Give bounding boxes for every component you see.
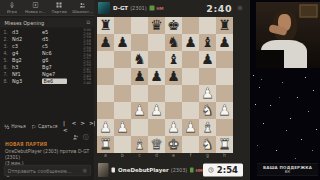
white-move[interactable]: Nd2 <box>12 36 42 42</box>
square-c3[interactable]: ♟ <box>131 102 148 119</box>
new-game-icon <box>32 2 38 8</box>
file-label-a: a <box>97 153 114 158</box>
square-g6[interactable]: ♟ <box>199 51 216 68</box>
square-b3[interactable] <box>114 102 131 119</box>
square-a3[interactable] <box>97 102 114 119</box>
half-point-icon: ½ <box>4 123 9 130</box>
resign-button[interactable]: ⚐ Сдаться <box>31 123 57 130</box>
new-game-heading: НОВАЯ ПАРТИЯ <box>5 142 91 148</box>
move-number: 8. <box>4 79 13 84</box>
copy-icon[interactable]: ⧉ <box>86 20 90 26</box>
player-bar: OneDebutPlayer (2303) НМ 2:54 <box>95 160 250 180</box>
move-row: 8.Ng3Be62:542:40 <box>0 78 95 85</box>
opponent-rating: (2301) <box>130 5 147 11</box>
square-e2[interactable]: ♟ <box>165 119 182 136</box>
square-g5[interactable] <box>199 68 216 85</box>
stream-background: ВАША ПОДДЕРЖКА ВК <box>250 0 320 180</box>
move-times: 2:542:40 <box>83 78 91 85</box>
file-label-b: b <box>114 153 131 158</box>
board-settings-gear-icon[interactable] <box>237 5 243 11</box>
game-toolbar: ½ Ничья ⚐ Сдаться |< < > >| <box>0 120 95 133</box>
game-options-icons: ⓘ <box>73 133 89 141</box>
player-clock-active: 2:54 <box>203 164 243 177</box>
square-c5[interactable]: ♟ <box>131 68 148 85</box>
square-b7[interactable]: ♟ <box>114 34 131 51</box>
file-label-c: c <box>131 153 148 158</box>
flag-icon: ⚐ <box>31 123 36 130</box>
chess-board: ♜♛♚♜♟♟♞♟♝♟♞♝♟♟♟♟♟♟♟♞♟♟♟♟♟♝♜♝♛♚♞♜ <box>97 17 233 153</box>
black-pawn: ♟ <box>165 68 182 85</box>
move-number: 1. <box>4 30 13 35</box>
white-bishop: ♝ <box>131 136 148 153</box>
players-icon <box>80 2 86 8</box>
wall-picture-frame <box>300 5 318 18</box>
black-move[interactable]: Nc6 <box>42 50 67 56</box>
black-move[interactable]: c5 <box>42 43 67 49</box>
player-name: OneDebutPlayer <box>118 167 169 174</box>
black-pawn: ♟ <box>199 51 216 68</box>
black-pawn: ♟ <box>131 68 148 85</box>
move-navigation: |< < > >| <box>63 120 95 133</box>
black-pawn: ♟ <box>114 34 131 51</box>
move-row: 1.d3e53:002:59 <box>0 29 95 36</box>
square-g3[interactable]: ♞ <box>199 102 216 119</box>
move-row: 2.Nd2d52:592:58 <box>0 36 95 43</box>
square-a5[interactable] <box>97 68 114 85</box>
white-move[interactable]: h3 <box>12 64 42 70</box>
black-pawn: ♟ <box>182 34 199 51</box>
black-move[interactable]: Be6 <box>42 78 67 84</box>
square-d3[interactable]: ♟ <box>148 102 165 119</box>
move-row: 7.Nf1Nge72:552:43 <box>0 71 95 78</box>
square-b4[interactable] <box>114 85 131 102</box>
square-e6[interactable]: ♝ <box>165 51 182 68</box>
tab-games-list[interactable]: Партии <box>47 0 71 16</box>
nav-next-button[interactable]: > <box>80 120 85 133</box>
black-move[interactable]: e5 <box>42 29 67 35</box>
add-person-icon[interactable] <box>73 134 79 140</box>
white-pawn: ♟ <box>165 119 182 136</box>
player-clock-time: 2:54 <box>217 165 238 175</box>
opening-name: Mieses Opening <box>5 20 45 26</box>
tab-players[interactable]: Шахматис… <box>71 0 95 16</box>
move-list: 1.d3e53:002:592.Nd2d52:592:583.c3c52:592… <box>0 29 95 85</box>
square-d4[interactable] <box>148 85 165 102</box>
chat-input-row <box>4 165 91 176</box>
black-knight: ♞ <box>131 51 148 68</box>
square-c8[interactable] <box>131 17 148 34</box>
black-bishop: ♝ <box>165 51 182 68</box>
square-b1[interactable] <box>114 136 131 153</box>
tab-bar: Игра Новая па… Партии Шахматис… <box>0 0 95 16</box>
game-info-players: OneDebutPlayer (2303) против D-GT (2301) <box>5 149 91 161</box>
square-e8[interactable]: ♚ <box>165 17 182 34</box>
opponent-name: D-GT <box>113 5 128 12</box>
square-e4[interactable] <box>165 85 182 102</box>
white-move[interactable]: c3 <box>12 43 42 49</box>
player-square-badge <box>111 168 115 173</box>
black-bishop: ♝ <box>199 34 216 51</box>
square-h1[interactable]: ♜ <box>216 136 233 153</box>
file-label-g: g <box>199 153 216 158</box>
square-f8[interactable] <box>182 17 199 34</box>
tab-live-game[interactable]: Игра <box>0 0 24 16</box>
square-f2[interactable]: ♟ <box>182 119 199 136</box>
white-rook: ♜ <box>216 136 233 153</box>
white-king: ♚ <box>165 136 182 153</box>
board-area: D-GT (2301) НМ 2:40 ♜♛♚♜♟♟♞♟♝♟♞♝♟♟♟♟♟♟♟♞… <box>95 0 250 180</box>
opponent-flag-icon <box>149 6 154 11</box>
white-knight: ♞ <box>199 102 216 119</box>
stream-caption: ВАША ПОДДЕРЖКА ВК <box>257 163 318 176</box>
square-a6[interactable] <box>97 51 114 68</box>
square-g8[interactable] <box>199 17 216 34</box>
square-b5[interactable] <box>114 68 131 85</box>
black-rook: ♜ <box>97 17 114 34</box>
square-d5[interactable]: ♟ <box>148 68 165 85</box>
square-h6[interactable] <box>216 51 233 68</box>
black-pawn: ♟ <box>216 34 233 51</box>
white-move[interactable]: Ng3 <box>12 78 42 84</box>
move-number: 3. <box>4 44 13 49</box>
white-knight: ♞ <box>199 136 216 153</box>
white-pawn: ♟ <box>182 119 199 136</box>
white-pawn: ♟ <box>114 119 131 136</box>
file-label-h: h <box>216 153 233 158</box>
white-move[interactable]: Nf1 <box>12 71 42 77</box>
player-avatar <box>98 163 108 177</box>
square-g1[interactable]: ♞ <box>199 136 216 153</box>
square-h3[interactable]: ♟ <box>216 102 233 119</box>
live-game-icon <box>9 2 15 8</box>
square-g4[interactable]: ♟ <box>199 85 216 102</box>
square-d6[interactable] <box>148 51 165 68</box>
white-pawn: ♟ <box>216 102 233 119</box>
square-e1[interactable]: ♚ <box>165 136 182 153</box>
opponent-avatar <box>98 2 110 14</box>
opponent-player-bar: D-GT (2301) НМ 2:40 <box>95 0 250 16</box>
square-a4[interactable] <box>97 85 114 102</box>
square-d7[interactable] <box>148 34 165 51</box>
square-g7[interactable]: ♝ <box>199 34 216 51</box>
square-d8[interactable]: ♛ <box>148 17 165 34</box>
square-c2[interactable] <box>131 119 148 136</box>
square-g2[interactable]: ♝ <box>199 119 216 136</box>
square-b6[interactable] <box>114 51 131 68</box>
square-c6[interactable]: ♞ <box>131 51 148 68</box>
black-move[interactable]: Bg7 <box>42 64 67 70</box>
black-pawn: ♟ <box>148 68 165 85</box>
webcam-feed <box>256 2 320 68</box>
white-rook: ♜ <box>97 136 114 153</box>
black-pawn: ♟ <box>97 34 114 51</box>
square-e5[interactable]: ♟ <box>165 68 182 85</box>
black-knight: ♞ <box>165 34 182 51</box>
white-pawn: ♟ <box>148 102 165 119</box>
white-move[interactable]: d3 <box>12 29 42 35</box>
info-icon[interactable]: ⓘ <box>83 133 89 141</box>
opponent-title-badge: НМ <box>156 6 163 11</box>
resign-label: Сдаться <box>38 124 57 129</box>
caption-line2: ВК <box>285 170 291 175</box>
opponent-clock: 2:40 <box>206 3 232 14</box>
square-c7[interactable] <box>131 34 148 51</box>
player-rating: (2303) <box>171 167 188 173</box>
player-title-badge: НМ <box>196 168 203 173</box>
move-row: 6.h3Bg72:562:47 <box>0 64 95 71</box>
square-f5[interactable] <box>182 68 199 85</box>
nav-first-button[interactable]: |< <box>63 120 68 133</box>
square-b8[interactable] <box>114 17 131 34</box>
move-row: 5.Bg2g62:572:51 <box>0 57 95 64</box>
black-queen: ♛ <box>148 17 165 34</box>
tab-label: Шахматис… <box>72 9 93 14</box>
square-d1[interactable]: ♛ <box>148 136 165 153</box>
square-c1[interactable]: ♝ <box>131 136 148 153</box>
sidebar: Игра Новая па… Партии Шахматис… Mieses O… <box>0 0 95 180</box>
black-king: ♚ <box>165 17 182 34</box>
nav-prev-button[interactable]: < <box>72 120 77 133</box>
square-b2[interactable]: ♟ <box>114 119 131 136</box>
desk-foreground <box>256 50 284 68</box>
white-pawn: ♟ <box>97 119 114 136</box>
square-f1[interactable] <box>182 136 199 153</box>
square-h2[interactable] <box>216 119 233 136</box>
move-number: 7. <box>4 72 13 77</box>
move-row: 4.g4Nc62:582:54 <box>0 50 95 57</box>
clock-icon <box>208 167 214 173</box>
chat-settings-gear-icon[interactable] <box>82 168 88 174</box>
square-h8[interactable]: ♜ <box>216 17 233 34</box>
black-move[interactable]: d5 <box>42 36 67 42</box>
starfield <box>253 75 254 76</box>
black-move[interactable]: Nge7 <box>42 71 67 77</box>
square-a2[interactable]: ♟ <box>97 119 114 136</box>
tab-label: Партии <box>51 9 67 14</box>
square-c4[interactable] <box>131 85 148 102</box>
chat-message-input[interactable] <box>8 168 83 174</box>
move-number: 5. <box>4 58 13 63</box>
white-move[interactable]: g4 <box>12 50 42 56</box>
white-bishop: ♝ <box>199 119 216 136</box>
black-rook: ♜ <box>216 17 233 34</box>
opening-name-row: Mieses Opening ⧉ <box>0 18 95 28</box>
square-a8[interactable]: ♜ <box>97 17 114 34</box>
offer-draw-label: Ничья <box>11 124 25 129</box>
move-number: 2. <box>4 37 13 42</box>
square-f3[interactable] <box>182 102 199 119</box>
move-number: 6. <box>4 65 13 70</box>
square-h5[interactable] <box>216 68 233 85</box>
black-move[interactable]: g6 <box>42 57 67 63</box>
file-coordinates: abcdefgh <box>97 153 233 158</box>
file-label-e: e <box>165 153 182 158</box>
square-a7[interactable]: ♟ <box>97 34 114 51</box>
file-label-f: f <box>182 153 199 158</box>
square-e7[interactable]: ♞ <box>165 34 182 51</box>
square-e3[interactable] <box>165 102 182 119</box>
offer-draw-button[interactable]: ½ Ничья <box>4 123 26 130</box>
square-f6[interactable] <box>182 51 199 68</box>
move-number: 4. <box>4 51 13 56</box>
square-f7[interactable]: ♟ <box>182 34 199 51</box>
square-f4[interactable] <box>182 85 199 102</box>
tab-label: Новая па… <box>25 9 46 14</box>
white-move[interactable]: Bg2 <box>12 57 42 63</box>
white-pawn: ♟ <box>131 102 148 119</box>
white-pawn: ♟ <box>199 85 216 102</box>
player-flag-icon <box>190 168 194 173</box>
move-row: 3.c3c52:592:56 <box>0 43 95 50</box>
square-a1[interactable]: ♜ <box>97 136 114 153</box>
square-d2[interactable] <box>148 119 165 136</box>
square-h7[interactable]: ♟ <box>216 34 233 51</box>
tab-label: Игра <box>7 9 17 14</box>
games-list-icon <box>56 2 62 8</box>
tab-new-game[interactable]: Новая па… <box>24 0 48 16</box>
app-root: Игра Новая па… Партии Шахматис… Mieses O… <box>0 0 320 180</box>
white-queen: ♛ <box>148 136 165 153</box>
square-h4[interactable] <box>216 85 233 102</box>
file-label-d: d <box>148 153 165 158</box>
